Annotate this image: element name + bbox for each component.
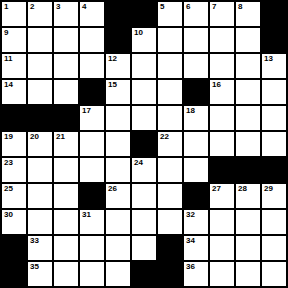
cell-r10c6[interactable]	[132, 236, 156, 260]
cell-r3c2[interactable]	[28, 54, 52, 78]
cell-r5c8[interactable]: 18	[184, 106, 208, 130]
cell-r7c6[interactable]: 24	[132, 158, 156, 182]
cell-r11c5[interactable]	[106, 262, 130, 286]
black-square-r10c1	[2, 236, 26, 260]
black-square-r7c11	[262, 158, 286, 182]
cell-r5c6[interactable]	[132, 106, 156, 130]
clue-number-1: 1	[4, 2, 8, 12]
black-square-r5c1	[2, 106, 26, 130]
cell-r3c5[interactable]: 12	[106, 54, 130, 78]
clue-number-27: 27	[212, 184, 221, 194]
clue-number-23: 23	[4, 158, 13, 168]
cell-r10c9[interactable]	[210, 236, 234, 260]
clue-number-20: 20	[30, 132, 39, 142]
cell-r9c2[interactable]	[28, 210, 52, 234]
clue-number-32: 32	[186, 210, 195, 220]
cell-r7c8[interactable]	[184, 158, 208, 182]
clue-number-4: 4	[82, 2, 86, 12]
cell-r6c9[interactable]	[210, 132, 234, 156]
cell-r11c10[interactable]	[236, 262, 260, 286]
cell-r2c1[interactable]: 9	[2, 28, 26, 52]
clue-number-11: 11	[4, 54, 12, 64]
cell-r3c7[interactable]	[158, 54, 182, 78]
cell-r7c1[interactable]: 23	[2, 158, 26, 182]
cell-r4c6[interactable]	[132, 80, 156, 104]
cell-r2c6[interactable]: 10	[132, 28, 156, 52]
cell-r9c5[interactable]	[106, 210, 130, 234]
cell-r10c4[interactable]	[80, 236, 104, 260]
cell-r3c1[interactable]: 11	[2, 54, 26, 78]
clue-number-19: 19	[4, 132, 13, 142]
cell-r8c1[interactable]: 25	[2, 184, 26, 208]
cell-r9c4[interactable]: 31	[80, 210, 104, 234]
black-square-r1c6	[132, 2, 156, 26]
black-square-r8c4	[80, 184, 104, 208]
cell-r6c3[interactable]: 21	[54, 132, 78, 156]
cell-r11c2[interactable]: 35	[28, 262, 52, 286]
black-square-r10c7	[158, 236, 182, 260]
black-square-r11c7	[158, 262, 182, 286]
black-square-r11c6	[132, 262, 156, 286]
cell-r9c3[interactable]	[54, 210, 78, 234]
cell-r9c10[interactable]	[236, 210, 260, 234]
clue-number-29: 29	[264, 184, 273, 194]
cell-r1c1[interactable]: 1	[2, 2, 26, 26]
cell-r2c9[interactable]	[210, 28, 234, 52]
cell-r8c2[interactable]	[28, 184, 52, 208]
black-square-r11c1	[2, 262, 26, 286]
clue-number-35: 35	[30, 262, 39, 272]
clue-number-16: 16	[212, 80, 221, 90]
clue-number-18: 18	[186, 106, 195, 116]
cell-r3c4[interactable]	[80, 54, 104, 78]
cell-r7c4[interactable]	[80, 158, 104, 182]
cell-r4c2[interactable]	[28, 80, 52, 104]
cell-r4c1[interactable]: 14	[2, 80, 26, 104]
clue-number-8: 8	[238, 2, 242, 12]
cell-r9c6[interactable]	[132, 210, 156, 234]
cell-r6c7[interactable]: 22	[158, 132, 182, 156]
clue-number-9: 9	[4, 28, 8, 38]
cell-r9c7[interactable]	[158, 210, 182, 234]
cell-r10c10[interactable]	[236, 236, 260, 260]
cell-r2c8[interactable]	[184, 28, 208, 52]
clue-number-13: 13	[264, 54, 273, 64]
cell-r6c10[interactable]	[236, 132, 260, 156]
cell-r5c9[interactable]	[210, 106, 234, 130]
black-square-r7c10	[236, 158, 260, 182]
clue-number-28: 28	[238, 184, 247, 194]
cell-r1c3[interactable]: 3	[54, 2, 78, 26]
cell-r6c2[interactable]: 20	[28, 132, 52, 156]
clue-number-14: 14	[4, 80, 13, 90]
cell-r7c2[interactable]	[28, 158, 52, 182]
cell-r7c3[interactable]	[54, 158, 78, 182]
cell-r3c8[interactable]	[184, 54, 208, 78]
cell-r2c7[interactable]	[158, 28, 182, 52]
cell-r6c8[interactable]	[184, 132, 208, 156]
black-square-r4c8	[184, 80, 208, 104]
cell-r4c3[interactable]	[54, 80, 78, 104]
black-square-r8c8	[184, 184, 208, 208]
cell-r6c4[interactable]	[80, 132, 104, 156]
cell-r3c6[interactable]	[132, 54, 156, 78]
cell-r6c5[interactable]	[106, 132, 130, 156]
cell-r3c3[interactable]	[54, 54, 78, 78]
cell-r9c11[interactable]	[262, 210, 286, 234]
cell-r9c9[interactable]	[210, 210, 234, 234]
cell-r6c11[interactable]	[262, 132, 286, 156]
black-square-r2c11	[262, 28, 286, 52]
cell-r11c9[interactable]	[210, 262, 234, 286]
cell-r4c11[interactable]	[262, 80, 286, 104]
cell-r8c7[interactable]	[158, 184, 182, 208]
black-square-r2c5	[106, 28, 130, 52]
cell-r9c8[interactable]: 32	[184, 210, 208, 234]
clue-number-36: 36	[186, 262, 195, 272]
cell-r2c2[interactable]	[28, 28, 52, 52]
clue-number-15: 15	[108, 80, 117, 90]
clue-number-21: 21	[56, 132, 65, 142]
cell-r2c3[interactable]	[54, 28, 78, 52]
clue-number-12: 12	[108, 54, 117, 64]
cell-r1c8[interactable]: 6	[184, 2, 208, 26]
cell-r4c10[interactable]	[236, 80, 260, 104]
cell-r7c5[interactable]	[106, 158, 130, 182]
clue-number-30: 30	[4, 210, 13, 220]
clue-number-3: 3	[56, 2, 60, 12]
cell-r10c11[interactable]	[262, 236, 286, 260]
cell-r9c1[interactable]: 30	[2, 210, 26, 234]
black-square-r5c3	[54, 106, 78, 130]
cell-r5c4[interactable]: 17	[80, 106, 104, 130]
clue-number-2: 2	[30, 2, 34, 12]
cell-r10c8[interactable]: 34	[184, 236, 208, 260]
cell-r3c10[interactable]	[236, 54, 260, 78]
cell-r1c10[interactable]: 8	[236, 2, 260, 26]
cell-r4c9[interactable]: 16	[210, 80, 234, 104]
cell-r10c5[interactable]	[106, 236, 130, 260]
clue-number-34: 34	[186, 236, 195, 246]
cell-r11c3[interactable]	[54, 262, 78, 286]
clue-number-22: 22	[160, 132, 169, 142]
clue-number-26: 26	[108, 184, 117, 194]
cell-r8c6[interactable]	[132, 184, 156, 208]
clue-number-24: 24	[134, 158, 143, 168]
cell-r10c2[interactable]: 33	[28, 236, 52, 260]
cell-r4c5[interactable]: 15	[106, 80, 130, 104]
cell-r11c8[interactable]: 36	[184, 262, 208, 286]
cell-r8c5[interactable]: 26	[106, 184, 130, 208]
cell-r3c11[interactable]: 13	[262, 54, 286, 78]
cell-r1c9[interactable]: 7	[210, 2, 234, 26]
clue-number-6: 6	[186, 2, 190, 12]
crossword-grid: 1234567891011121314151617181920212223242…	[0, 0, 288, 288]
black-square-r7c9	[210, 158, 234, 182]
black-square-r1c11	[262, 2, 286, 26]
cell-r5c7[interactable]	[158, 106, 182, 130]
cell-r8c10[interactable]: 28	[236, 184, 260, 208]
cell-r8c9[interactable]: 27	[210, 184, 234, 208]
clue-number-5: 5	[160, 2, 164, 12]
cell-r1c2[interactable]: 2	[28, 2, 52, 26]
cell-r3c9[interactable]	[210, 54, 234, 78]
cell-r5c5[interactable]	[106, 106, 130, 130]
cell-r2c4[interactable]	[80, 28, 104, 52]
clue-number-31: 31	[82, 210, 91, 220]
cell-r1c7[interactable]: 5	[158, 2, 182, 26]
cell-r2c10[interactable]	[236, 28, 260, 52]
cell-r5c10[interactable]	[236, 106, 260, 130]
clue-number-10: 10	[134, 28, 143, 38]
cell-r8c3[interactable]	[54, 184, 78, 208]
cell-r7c7[interactable]	[158, 158, 182, 182]
cell-r11c4[interactable]	[80, 262, 104, 286]
black-square-r4c4	[80, 80, 104, 104]
black-square-r5c2	[28, 106, 52, 130]
black-square-r1c5	[106, 2, 130, 26]
cell-r8c11[interactable]: 29	[262, 184, 286, 208]
cell-r4c7[interactable]	[158, 80, 182, 104]
cell-r5c11[interactable]	[262, 106, 286, 130]
clue-number-7: 7	[212, 2, 216, 12]
black-square-r6c6	[132, 132, 156, 156]
clue-number-17: 17	[82, 106, 91, 116]
cell-r10c3[interactable]	[54, 236, 78, 260]
clue-number-33: 33	[30, 236, 39, 246]
clue-number-25: 25	[4, 184, 13, 194]
cell-r1c4[interactable]: 4	[80, 2, 104, 26]
cell-r11c11[interactable]	[262, 262, 286, 286]
cell-r6c1[interactable]: 19	[2, 132, 26, 156]
